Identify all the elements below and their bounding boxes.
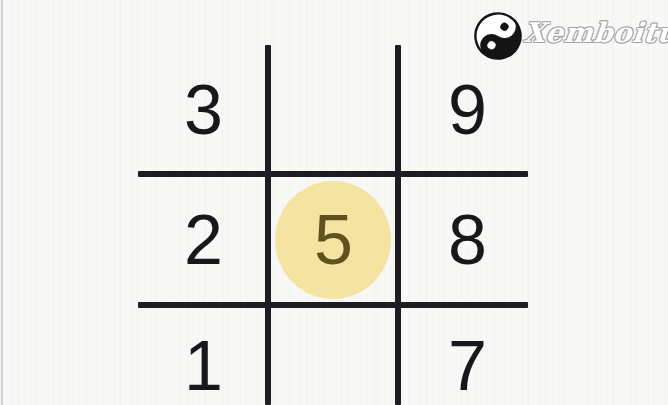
- cell-value: 2: [184, 205, 222, 275]
- cell-value: 8: [448, 205, 486, 275]
- cell-r3c1: 1: [138, 305, 268, 405]
- cell-grid: 3 9 2 5 8 1: [138, 45, 528, 405]
- cell-value: 5: [314, 205, 352, 275]
- cell-r1c1: 3: [138, 45, 268, 174]
- puzzle-board: 3 9 2 5 8 1: [138, 45, 528, 405]
- grid-hline-bottom: [138, 302, 528, 308]
- cell-value: 9: [448, 75, 486, 145]
- grid-hline-top: [138, 171, 528, 177]
- watermark: Xemboituvi.vn: [474, 10, 668, 62]
- cell-r1c2: [268, 45, 398, 174]
- yin-yang-icon: [474, 12, 522, 60]
- highlight-circle: 5: [275, 181, 391, 299]
- cell-r2c1: 2: [138, 174, 268, 305]
- cell-r1c3: 9: [398, 45, 528, 174]
- cell-value: 1: [184, 331, 222, 401]
- puzzle-screenshot: 3 9 2 5 8 1: [0, 0, 668, 405]
- watermark-text: Xemboituvi.vn: [522, 17, 668, 48]
- left-edge-scan-line: [1, 0, 3, 405]
- cell-r2c2: 5: [268, 174, 398, 305]
- cell-r2c3: 8: [398, 174, 528, 305]
- grid-vline-left: [265, 45, 271, 405]
- cell-value: 3: [184, 75, 222, 145]
- cell-r3c3: 7: [398, 305, 528, 405]
- cell-value: 7: [448, 331, 486, 401]
- cell-r3c2: [268, 305, 398, 405]
- grid-vline-right: [395, 45, 401, 405]
